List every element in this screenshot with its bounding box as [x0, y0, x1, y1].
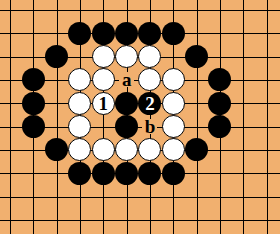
board-point	[232, 138, 255, 161]
board-point: a	[115, 68, 138, 91]
board-point	[232, 162, 255, 185]
board-point	[92, 162, 115, 185]
board-point	[255, 45, 278, 68]
board-point	[0, 92, 22, 115]
white-stone	[138, 45, 161, 68]
board-point	[255, 138, 278, 161]
white-stone	[68, 138, 91, 161]
board-point	[22, 162, 45, 185]
board-point: b	[138, 115, 161, 138]
board-point	[255, 208, 278, 231]
board-point	[162, 208, 185, 231]
board-point	[45, 138, 68, 161]
board-point	[92, 138, 115, 161]
move-number-1: 1	[99, 93, 109, 112]
black-stone	[92, 22, 115, 45]
white-stone	[162, 92, 185, 115]
board-point	[22, 115, 45, 138]
board-point	[68, 92, 91, 115]
board-point	[45, 0, 68, 22]
board-point	[162, 162, 185, 185]
board-point	[92, 185, 115, 208]
board-point	[92, 0, 115, 22]
black-stone	[208, 92, 231, 115]
white-stone	[92, 68, 115, 91]
white-stone	[162, 138, 185, 161]
board-point	[162, 185, 185, 208]
board-point	[22, 0, 45, 22]
board-point	[138, 22, 161, 45]
board-point	[138, 68, 161, 91]
board-point	[115, 162, 138, 185]
white-stone	[138, 68, 161, 91]
board-point	[0, 162, 22, 185]
board-point	[45, 92, 68, 115]
board-point	[0, 0, 22, 22]
board-point	[22, 185, 45, 208]
black-stone	[92, 162, 115, 185]
board-point	[138, 138, 161, 161]
board-point	[138, 45, 161, 68]
move-number-2: 2	[145, 93, 155, 112]
board-point	[92, 115, 115, 138]
board-point	[45, 68, 68, 91]
board-point	[255, 162, 278, 185]
black-stone	[22, 92, 45, 115]
board-point	[185, 0, 208, 22]
board-point	[22, 68, 45, 91]
black-stone	[208, 68, 231, 91]
black-stone	[185, 138, 208, 161]
board-point	[162, 115, 185, 138]
board-point	[255, 185, 278, 208]
board-point	[138, 208, 161, 231]
go-board: a12b	[0, 0, 280, 234]
point-label-a: a	[119, 72, 134, 87]
board-point	[185, 185, 208, 208]
white-stone	[68, 115, 91, 138]
black-stone	[115, 162, 138, 185]
board-point	[162, 22, 185, 45]
board-point	[232, 92, 255, 115]
board-point	[208, 45, 231, 68]
board-point	[115, 92, 138, 115]
board-point	[45, 208, 68, 231]
board-point	[185, 45, 208, 68]
board-point	[208, 0, 231, 22]
black-stone	[162, 22, 185, 45]
black-stone	[22, 115, 45, 138]
board-point	[115, 22, 138, 45]
board-point	[208, 138, 231, 161]
board-point	[0, 185, 22, 208]
board-point	[185, 22, 208, 45]
board-point	[0, 115, 22, 138]
board-point	[162, 68, 185, 91]
board-point	[115, 45, 138, 68]
black-stone	[138, 162, 161, 185]
board-point	[22, 138, 45, 161]
board-point	[22, 208, 45, 231]
board-point	[68, 162, 91, 185]
board-point	[115, 0, 138, 22]
board-point	[162, 92, 185, 115]
board-point	[22, 92, 45, 115]
white-stone	[115, 138, 138, 161]
board-point	[185, 115, 208, 138]
board-point	[232, 208, 255, 231]
board-point	[68, 138, 91, 161]
point-label-b: b	[142, 119, 157, 134]
board-point	[115, 115, 138, 138]
board-point	[232, 0, 255, 22]
board-point	[45, 22, 68, 45]
board-point	[22, 22, 45, 45]
black-stone	[185, 45, 208, 68]
board-point	[45, 45, 68, 68]
board-point	[45, 162, 68, 185]
board-point	[255, 115, 278, 138]
white-stone	[68, 92, 91, 115]
board-point	[232, 68, 255, 91]
board-point	[138, 0, 161, 22]
board-point	[255, 92, 278, 115]
board-point	[115, 138, 138, 161]
board-point	[185, 92, 208, 115]
board-point	[208, 162, 231, 185]
board-point	[185, 162, 208, 185]
board-point	[232, 185, 255, 208]
board-point	[115, 185, 138, 208]
board-point	[208, 22, 231, 45]
board-point	[22, 45, 45, 68]
board-point	[0, 208, 22, 231]
board-point	[162, 138, 185, 161]
board-point	[0, 68, 22, 91]
black-stone	[45, 45, 68, 68]
board-point	[68, 22, 91, 45]
board-point	[92, 68, 115, 91]
white-stone	[115, 45, 138, 68]
board-point: 2	[138, 92, 161, 115]
board-point	[185, 208, 208, 231]
board-point	[208, 208, 231, 231]
board-point	[255, 68, 278, 91]
white-stone	[68, 68, 91, 91]
board-point	[208, 68, 231, 91]
board-point	[68, 115, 91, 138]
board-point	[255, 22, 278, 45]
board-point	[138, 162, 161, 185]
black-stone	[115, 115, 138, 138]
board-point	[208, 185, 231, 208]
board-point	[68, 45, 91, 68]
black-stone	[138, 22, 161, 45]
board-point	[68, 68, 91, 91]
white-stone	[162, 68, 185, 91]
stones-layer: a12b	[0, 0, 278, 232]
board-point	[68, 208, 91, 231]
black-stone	[208, 115, 231, 138]
board-point	[92, 45, 115, 68]
board-point	[232, 22, 255, 45]
board-point	[232, 115, 255, 138]
white-stone	[92, 45, 115, 68]
board-point	[0, 45, 22, 68]
board-point	[185, 138, 208, 161]
board-point	[0, 22, 22, 45]
board-point	[162, 45, 185, 68]
white-stone	[138, 138, 161, 161]
black-stone	[68, 22, 91, 45]
board-point	[208, 92, 231, 115]
white-stone	[162, 115, 185, 138]
black-stone	[22, 68, 45, 91]
board-point	[162, 0, 185, 22]
board-point	[185, 68, 208, 91]
board-point	[255, 0, 278, 22]
white-stone: 1	[92, 92, 115, 115]
black-stone: 2	[138, 92, 161, 115]
black-stone	[115, 22, 138, 45]
board-point	[68, 0, 91, 22]
board-point	[68, 185, 91, 208]
board-point	[45, 185, 68, 208]
board-point	[208, 115, 231, 138]
board-point	[232, 45, 255, 68]
board-point	[138, 185, 161, 208]
board-point: 1	[92, 92, 115, 115]
black-stone	[162, 162, 185, 185]
board-point	[45, 115, 68, 138]
black-stone	[68, 162, 91, 185]
black-stone	[45, 138, 68, 161]
white-stone	[92, 138, 115, 161]
board-point	[0, 138, 22, 161]
board-point	[92, 22, 115, 45]
board-point	[92, 208, 115, 231]
black-stone	[115, 92, 138, 115]
board-point	[115, 208, 138, 231]
